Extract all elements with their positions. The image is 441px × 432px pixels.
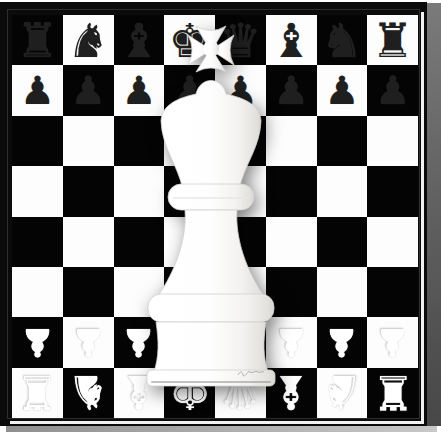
square-h5 — [367, 166, 418, 216]
square-a6 — [12, 116, 63, 166]
square-h4 — [367, 217, 418, 267]
square-a7: ♟ — [12, 65, 63, 115]
square-g1: ♞ — [317, 368, 368, 418]
piece-black-knight: ♞ — [67, 17, 109, 64]
king-base-ring — [148, 294, 274, 322]
square-b5 — [63, 166, 114, 216]
square-a3 — [12, 267, 63, 317]
piece-white-pawn: ♟ — [274, 323, 309, 362]
square-b7: ♟ — [63, 65, 114, 115]
square-g6 — [317, 116, 368, 166]
square-a4 — [12, 217, 63, 267]
piece-black-pawn: ♟ — [375, 71, 410, 110]
piece-white-rook: ♜ — [372, 369, 414, 416]
piece-black-pawn: ♟ — [324, 71, 359, 110]
piece-white-pawn: ♟ — [71, 323, 106, 362]
square-b3 — [63, 267, 114, 317]
king-crown — [161, 81, 261, 191]
square-a8: ♜ — [12, 15, 63, 65]
piece-white-pawn: ♟ — [20, 323, 55, 362]
square-g4 — [317, 217, 368, 267]
frame-side-face — [427, 3, 441, 426]
piece-black-pawn: ♟ — [71, 71, 106, 110]
piece-white-bishop: ♝ — [270, 369, 312, 416]
king-base-plate — [147, 370, 275, 386]
square-h6 — [367, 116, 418, 166]
square-b1: ♞ — [63, 368, 114, 418]
square-h1: ♜ — [367, 368, 418, 418]
square-b6 — [63, 116, 114, 166]
square-h3 — [367, 267, 418, 317]
piece-black-rook: ♜ — [16, 17, 58, 64]
square-g7: ♟ — [317, 65, 368, 115]
square-b2: ♟ — [63, 317, 114, 367]
square-b4 — [63, 217, 114, 267]
square-h8: ♜ — [367, 15, 418, 65]
piece-black-knight: ♞ — [321, 17, 363, 64]
white-king-centerpiece — [146, 22, 276, 388]
king-plinth — [154, 322, 268, 372]
piece-white-pawn: ♟ — [375, 323, 410, 362]
king-body — [158, 210, 264, 296]
square-a2: ♟ — [12, 317, 63, 367]
square-g2: ♟ — [317, 317, 368, 367]
square-g5 — [317, 166, 368, 216]
square-a1: ♜ — [12, 368, 63, 418]
king-cross-icon — [188, 26, 234, 72]
piece-black-rook: ♜ — [372, 17, 414, 64]
piece-black-pawn: ♟ — [274, 71, 309, 110]
square-h2: ♟ — [367, 317, 418, 367]
square-b8: ♞ — [63, 15, 114, 65]
king-collar — [168, 184, 254, 210]
square-g3 — [317, 267, 368, 317]
square-a5 — [12, 166, 63, 216]
square-g8: ♞ — [317, 15, 368, 65]
piece-white-knight: ♞ — [67, 369, 109, 416]
piece-white-rook: ♜ — [16, 369, 58, 416]
square-h7: ♟ — [367, 65, 418, 115]
piece-black-bishop: ♝ — [270, 17, 312, 64]
frame-drop-shadow — [6, 426, 437, 432]
piece-white-pawn: ♟ — [324, 323, 359, 362]
piece-white-knight: ♞ — [321, 369, 363, 416]
framed-chess-print: ♜♞♝♚♛♝♞♜♟♟♟♟♟♟♟♟♟♟♟♟♟♟♟♟♜♞♝♚♛♝♞♜ — [0, 0, 441, 432]
piece-black-pawn: ♟ — [20, 71, 55, 110]
